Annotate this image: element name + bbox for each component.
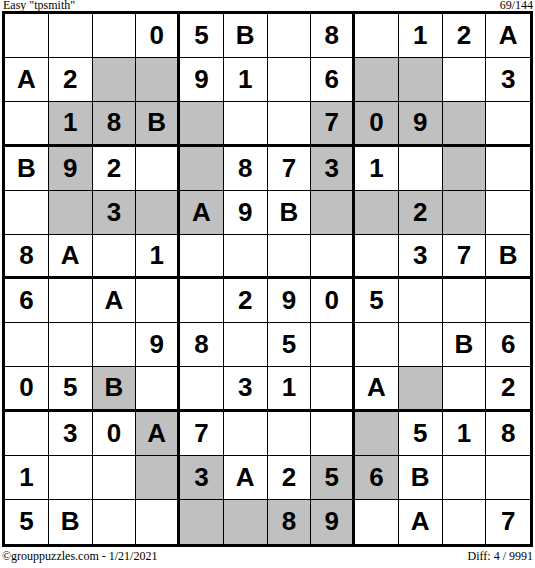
cell-r6c6[interactable] — [224, 235, 268, 279]
cell-r4c4[interactable] — [136, 147, 180, 191]
cell-r2c3[interactable] — [93, 58, 137, 102]
sudoku-grid: 05B812AA2916318B709B9287313A9B28A137B6A2… — [2, 11, 533, 547]
cell-r9c7: 1 — [268, 367, 312, 411]
cell-r9c9: A — [355, 367, 399, 411]
cell-r12c8: 9 — [311, 500, 355, 544]
cell-r6c12: B — [486, 235, 530, 279]
cell-r11c12[interactable] — [486, 456, 530, 500]
copyright-text: ©grouppuzzles.com - 1/21/2021 — [2, 549, 157, 563]
cell-r1c6: B — [224, 14, 268, 58]
cell-r12c11[interactable] — [443, 500, 487, 544]
cell-r11c7: 2 — [268, 456, 312, 500]
cell-r10c7[interactable] — [268, 412, 312, 456]
cell-r10c5: 7 — [180, 412, 224, 456]
cell-r11c6: A — [224, 456, 268, 500]
header: Easy "tpsmith" 69/144 — [3, 0, 533, 11]
cell-r7c5[interactable] — [180, 279, 224, 323]
cell-r9c5[interactable] — [180, 367, 224, 411]
cell-r5c7: B — [268, 191, 312, 235]
cell-r4c5[interactable] — [180, 147, 224, 191]
cell-r11c4[interactable] — [136, 456, 180, 500]
cell-r11c11[interactable] — [443, 456, 487, 500]
cell-r6c1: 8 — [5, 235, 49, 279]
cell-r6c9[interactable] — [355, 235, 399, 279]
cell-r9c8[interactable] — [311, 367, 355, 411]
cell-r12c4[interactable] — [136, 500, 180, 544]
cell-r9c11[interactable] — [443, 367, 487, 411]
cell-r3c2: 1 — [49, 102, 93, 146]
cell-r5c2[interactable] — [49, 191, 93, 235]
cell-r2c7[interactable] — [268, 58, 312, 102]
cell-r5c6: 9 — [224, 191, 268, 235]
puzzle-counter: 69/144 — [500, 0, 533, 11]
cell-r4c11[interactable] — [443, 147, 487, 191]
cell-r8c5: 8 — [180, 323, 224, 367]
cell-r5c5: A — [180, 191, 224, 235]
cell-r8c7: 5 — [268, 323, 312, 367]
cell-r3c10: 9 — [399, 102, 443, 146]
cell-r12c12: 7 — [486, 500, 530, 544]
cell-r3c7[interactable] — [268, 102, 312, 146]
cell-r8c10[interactable] — [399, 323, 443, 367]
cell-r2c10[interactable] — [399, 58, 443, 102]
cell-r9c1: 0 — [5, 367, 49, 411]
cell-r1c11: 2 — [443, 14, 487, 58]
cell-r3c12[interactable] — [486, 102, 530, 146]
cell-r4c8: 3 — [311, 147, 355, 191]
cell-r1c1[interactable] — [5, 14, 49, 58]
cell-r4c7: 7 — [268, 147, 312, 191]
cell-r10c11: 1 — [443, 412, 487, 456]
cell-r2c2: 2 — [49, 58, 93, 102]
cell-r10c4: A — [136, 412, 180, 456]
cell-r10c12: 8 — [486, 412, 530, 456]
cell-r11c9: 6 — [355, 456, 399, 500]
cell-r3c9: 0 — [355, 102, 399, 146]
cell-r9c12: 2 — [486, 367, 530, 411]
cell-r1c12: A — [486, 14, 530, 58]
cell-r11c3[interactable] — [93, 456, 137, 500]
cell-r12c9[interactable] — [355, 500, 399, 544]
cell-r6c7[interactable] — [268, 235, 312, 279]
cell-r4c10[interactable] — [399, 147, 443, 191]
cell-r4c9: 1 — [355, 147, 399, 191]
cell-r10c2: 3 — [49, 412, 93, 456]
cell-r10c9[interactable] — [355, 412, 399, 456]
cell-r4c12[interactable] — [486, 147, 530, 191]
cell-r1c2[interactable] — [49, 14, 93, 58]
cell-r12c3[interactable] — [93, 500, 137, 544]
cell-r5c1[interactable] — [5, 191, 49, 235]
cell-r8c6[interactable] — [224, 323, 268, 367]
cell-r7c8: 0 — [311, 279, 355, 323]
cell-r5c9[interactable] — [355, 191, 399, 235]
cell-r12c6[interactable] — [224, 500, 268, 544]
cell-r3c5[interactable] — [180, 102, 224, 146]
cell-r4c6: 8 — [224, 147, 268, 191]
cell-r6c5[interactable] — [180, 235, 224, 279]
cell-r11c10: B — [399, 456, 443, 500]
cell-r11c8: 5 — [311, 456, 355, 500]
cell-r12c7: 8 — [268, 500, 312, 544]
cell-r2c11[interactable] — [443, 58, 487, 102]
cell-r9c3: B — [93, 367, 137, 411]
cell-r9c6: 3 — [224, 367, 268, 411]
cell-r4c3: 2 — [93, 147, 137, 191]
cell-r10c3: 0 — [93, 412, 137, 456]
cell-r2c9[interactable] — [355, 58, 399, 102]
cell-r11c1: 1 — [5, 456, 49, 500]
cell-r5c8[interactable] — [311, 191, 355, 235]
cell-r2c1: A — [5, 58, 49, 102]
cell-r9c2: 5 — [49, 367, 93, 411]
cell-r12c5[interactable] — [180, 500, 224, 544]
cell-r6c8[interactable] — [311, 235, 355, 279]
cell-r7c11[interactable] — [443, 279, 487, 323]
cell-r1c9[interactable] — [355, 14, 399, 58]
cell-r3c11[interactable] — [443, 102, 487, 146]
cell-r5c4[interactable] — [136, 191, 180, 235]
cell-r10c1[interactable] — [5, 412, 49, 456]
cell-r1c4: 0 — [136, 14, 180, 58]
cell-r10c6[interactable] — [224, 412, 268, 456]
cell-r8c2[interactable] — [49, 323, 93, 367]
cell-r7c10[interactable] — [399, 279, 443, 323]
cell-r8c1[interactable] — [5, 323, 49, 367]
cell-r12c10: A — [399, 500, 443, 544]
cell-r2c5: 9 — [180, 58, 224, 102]
cell-r3c6[interactable] — [224, 102, 268, 146]
cell-r6c4: 1 — [136, 235, 180, 279]
cell-r7c6: 2 — [224, 279, 268, 323]
cell-r5c10: 2 — [399, 191, 443, 235]
cell-r7c4[interactable] — [136, 279, 180, 323]
cell-r2c4[interactable] — [136, 58, 180, 102]
cell-r3c3: 8 — [93, 102, 137, 146]
footer: ©grouppuzzles.com - 1/21/2021 Diff: 4 / … — [2, 549, 533, 563]
cell-r11c5: 3 — [180, 456, 224, 500]
cell-r10c10: 5 — [399, 412, 443, 456]
cell-r7c9: 5 — [355, 279, 399, 323]
cell-r7c1: 6 — [5, 279, 49, 323]
cell-r6c3[interactable] — [93, 235, 137, 279]
cell-r7c3: A — [93, 279, 137, 323]
cell-r2c8: 6 — [311, 58, 355, 102]
cell-r3c1[interactable] — [5, 102, 49, 146]
cell-r7c2[interactable] — [49, 279, 93, 323]
cell-r1c5: 5 — [180, 14, 224, 58]
cell-r4c1: B — [5, 147, 49, 191]
cell-r6c11: 7 — [443, 235, 487, 279]
cell-r8c12: 6 — [486, 323, 530, 367]
cell-r8c4: 9 — [136, 323, 180, 367]
cell-r2c12: 3 — [486, 58, 530, 102]
cell-r2c6: 1 — [224, 58, 268, 102]
difficulty-text: Diff: 4 / 9991 — [468, 549, 533, 563]
cell-r8c8[interactable] — [311, 323, 355, 367]
cell-r1c10: 1 — [399, 14, 443, 58]
cell-r9c10[interactable] — [399, 367, 443, 411]
cell-r3c8: 7 — [311, 102, 355, 146]
cell-r12c2: B — [49, 500, 93, 544]
puzzle-title: Easy "tpsmith" — [3, 0, 75, 11]
cell-r6c2: A — [49, 235, 93, 279]
cell-r5c11[interactable] — [443, 191, 487, 235]
cell-r10c8[interactable] — [311, 412, 355, 456]
cell-r7c12[interactable] — [486, 279, 530, 323]
cell-r1c8: 8 — [311, 14, 355, 58]
cell-r12c1: 5 — [5, 500, 49, 544]
cell-r9c4[interactable] — [136, 367, 180, 411]
cell-r6c10: 3 — [399, 235, 443, 279]
cell-r8c11: B — [443, 323, 487, 367]
cell-r1c7[interactable] — [268, 14, 312, 58]
cell-r4c2: 9 — [49, 147, 93, 191]
cell-r1c3[interactable] — [93, 14, 137, 58]
cell-r3c4: B — [136, 102, 180, 146]
cell-r7c7: 9 — [268, 279, 312, 323]
cell-r5c12[interactable] — [486, 191, 530, 235]
cell-r8c9[interactable] — [355, 323, 399, 367]
cell-r5c3: 3 — [93, 191, 137, 235]
cell-r8c3[interactable] — [93, 323, 137, 367]
cell-r11c2[interactable] — [49, 456, 93, 500]
